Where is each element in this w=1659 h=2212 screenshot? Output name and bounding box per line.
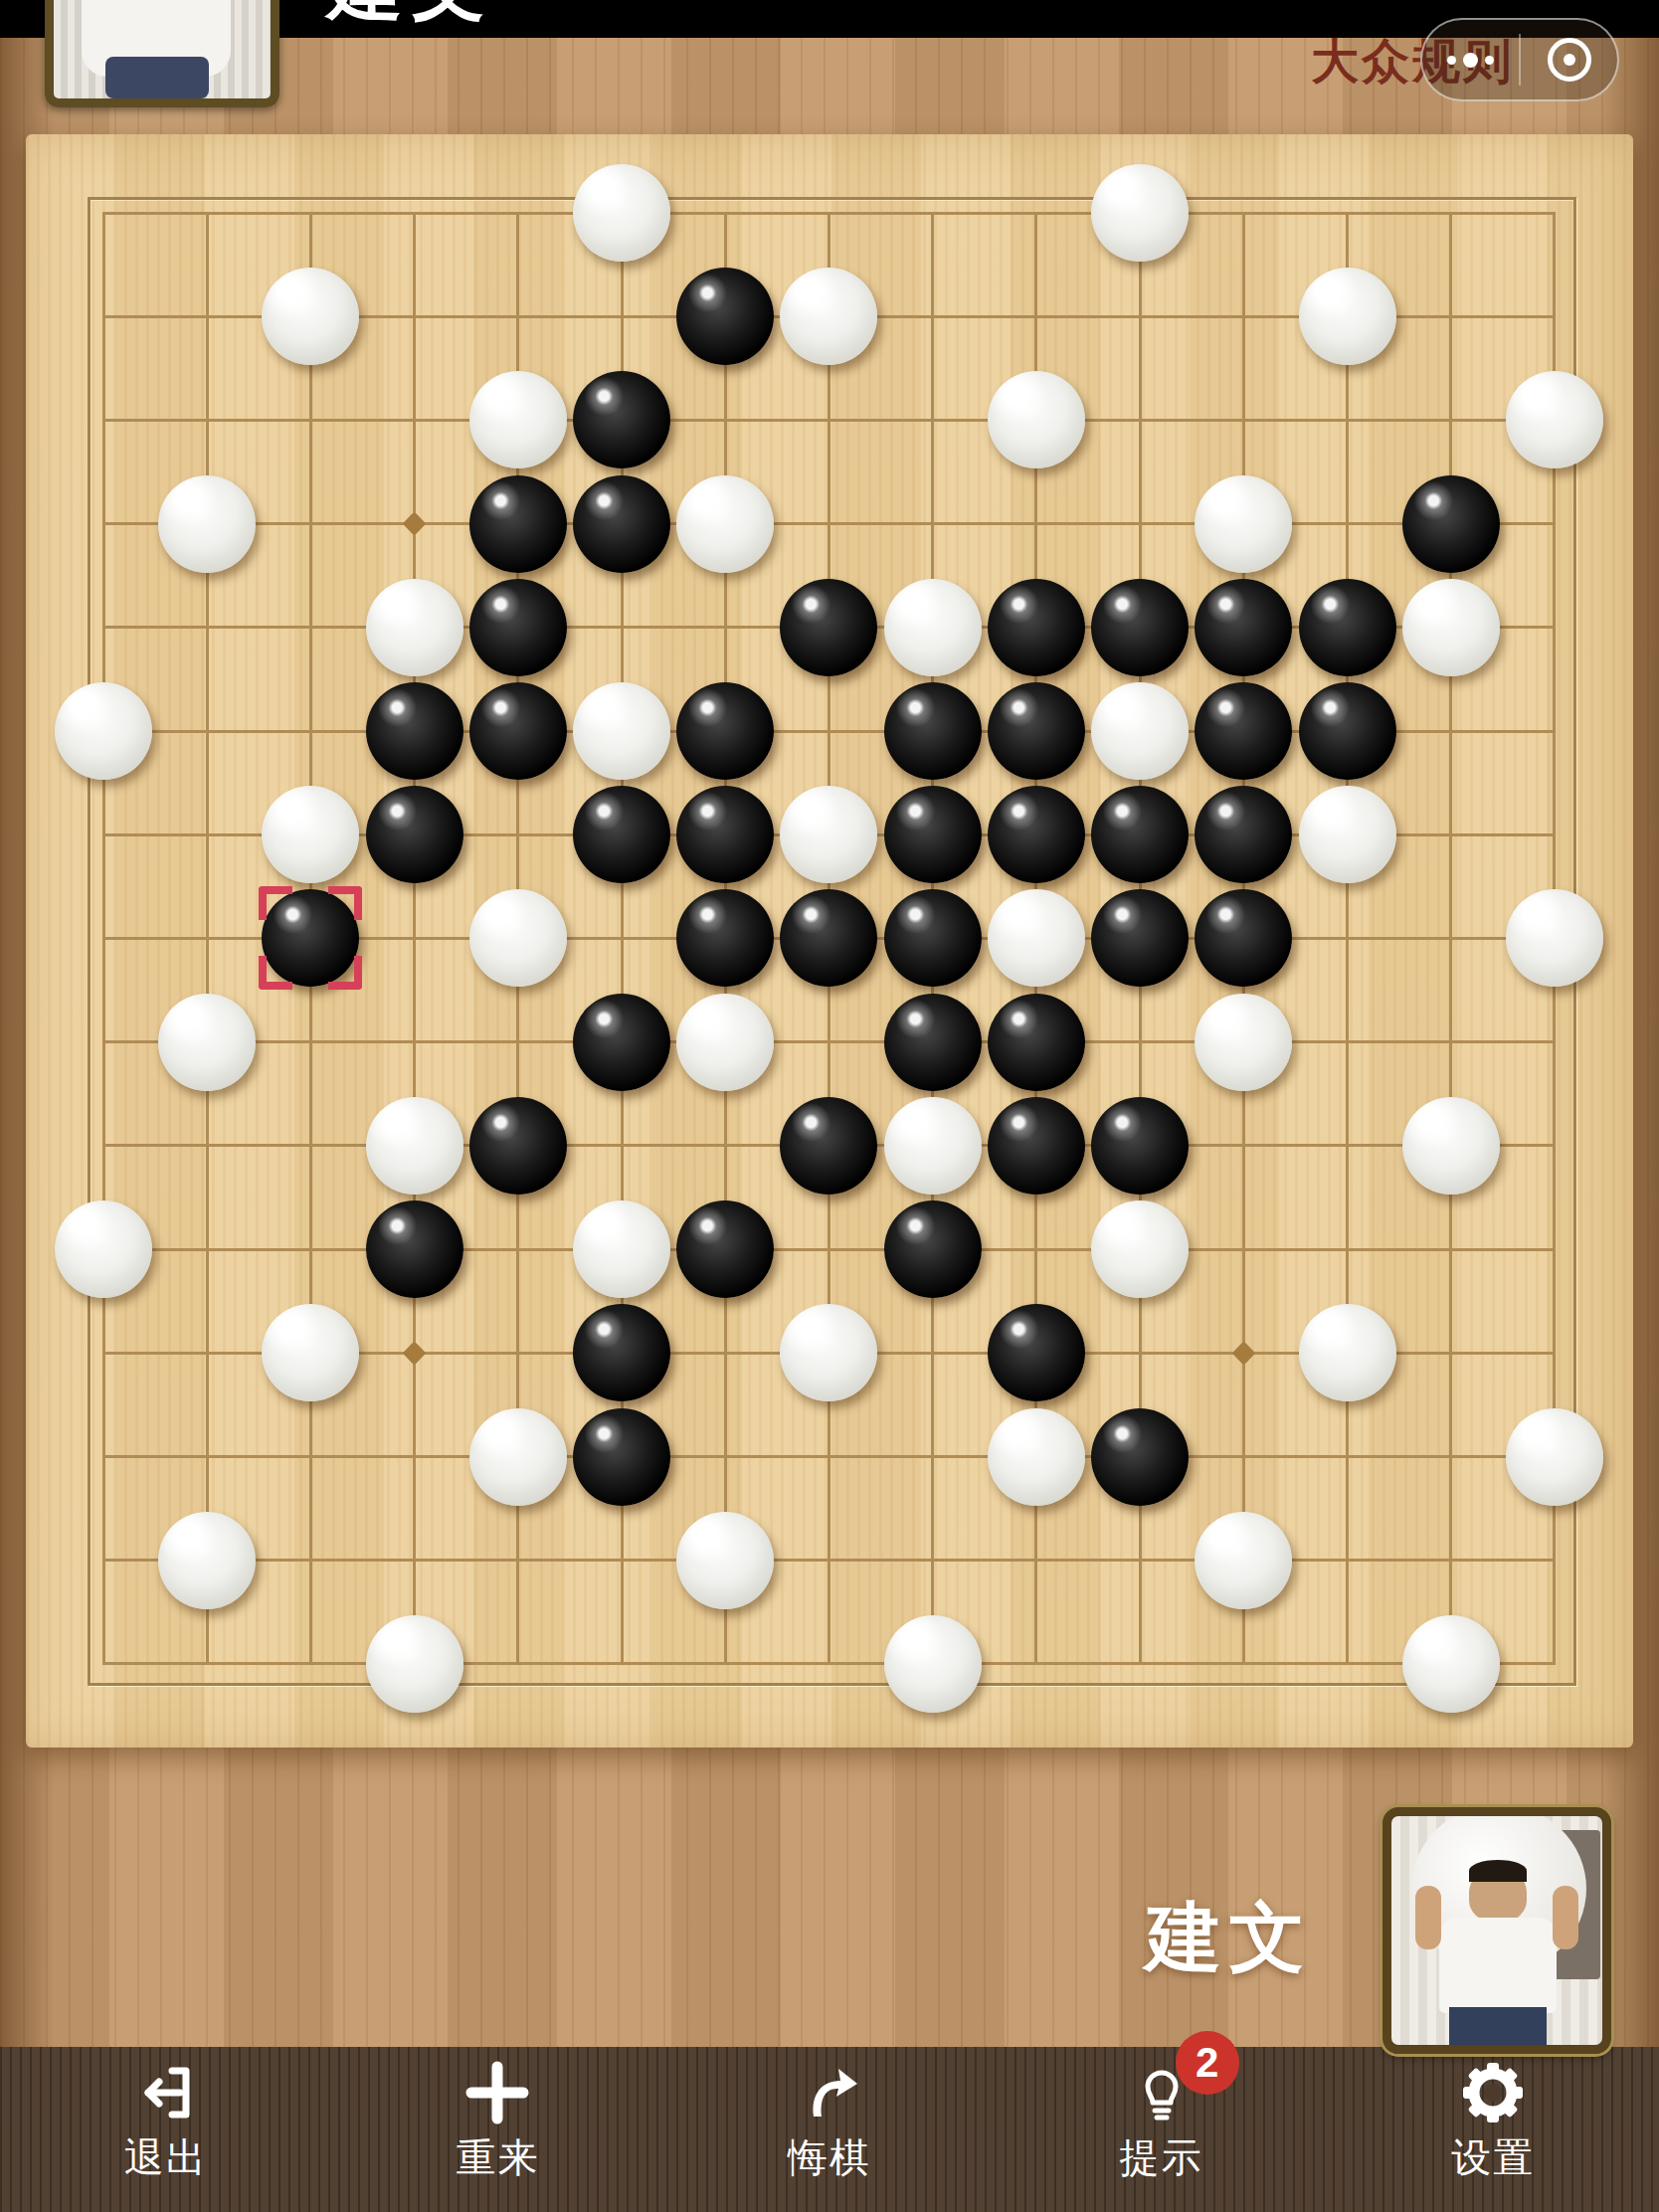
- black-stone: [469, 579, 567, 676]
- bottom-toolbar: 退出 重来 悔棋 2 提示: [0, 2047, 1659, 2212]
- black-stone: [780, 579, 877, 676]
- tool-label: 退出: [124, 2130, 208, 2185]
- white-stone: [158, 1512, 256, 1609]
- white-stone: [366, 579, 463, 676]
- black-stone: [780, 1097, 877, 1195]
- black-stone: [988, 579, 1085, 676]
- black-stone: [366, 786, 463, 883]
- tool-label: 提示: [1120, 2130, 1203, 2185]
- exit-miniprogram-button[interactable]: [1521, 20, 1617, 99]
- black-stone: [988, 1097, 1085, 1195]
- last-move-marker: [259, 886, 362, 990]
- white-stone: [469, 889, 567, 987]
- opponent-avatar[interactable]: [45, 0, 279, 107]
- go-board[interactable]: [26, 134, 1633, 1748]
- black-stone: [573, 371, 670, 468]
- tool-label: 悔棋: [788, 2130, 871, 2185]
- hint-button[interactable]: 2 提示: [996, 2047, 1328, 2212]
- white-stone: [158, 475, 256, 573]
- hint-badge: 2: [1176, 2031, 1239, 2095]
- settings-button[interactable]: 设置: [1327, 2047, 1659, 2212]
- white-stone: [55, 1200, 152, 1298]
- black-stone: [988, 682, 1085, 780]
- white-stone: [1402, 1615, 1500, 1713]
- white-stone: [676, 475, 774, 573]
- white-stone: [55, 682, 152, 780]
- exit-button[interactable]: 退出: [0, 2047, 332, 2212]
- white-stone: [573, 164, 670, 262]
- white-stone: [1402, 1097, 1500, 1195]
- white-stone: [1195, 475, 1292, 573]
- plus-icon: [465, 2061, 529, 2124]
- black-stone: [573, 994, 670, 1091]
- grid-line-horizontal: [102, 1662, 1557, 1665]
- white-stone: [366, 1615, 463, 1713]
- white-stone: [1299, 268, 1396, 365]
- black-stone: [1299, 579, 1396, 676]
- player-name: 建文: [1146, 1888, 1313, 1990]
- grid-line-horizontal: [102, 1248, 1557, 1251]
- black-stone: [884, 1200, 982, 1298]
- white-stone: [1402, 579, 1500, 676]
- gear-icon: [1461, 2061, 1525, 2124]
- black-stone: [884, 994, 982, 1091]
- white-stone: [573, 1200, 670, 1298]
- avatar-photo: [105, 57, 209, 98]
- black-stone: [1091, 579, 1189, 676]
- white-stone: [884, 1097, 982, 1195]
- grid-line-horizontal: [102, 1455, 1557, 1458]
- white-stone: [988, 371, 1085, 468]
- logout-icon: [134, 2061, 198, 2124]
- black-stone: [573, 1304, 670, 1401]
- black-stone: [676, 786, 774, 883]
- black-stone: [573, 1408, 670, 1506]
- black-stone: [884, 889, 982, 987]
- black-stone: [1091, 786, 1189, 883]
- white-stone: [676, 1512, 774, 1609]
- grid-line-vertical: [1346, 212, 1349, 1666]
- redo-arrow-icon: [798, 2061, 861, 2124]
- white-stone: [469, 371, 567, 468]
- white-stone: [262, 786, 359, 883]
- white-stone: [1195, 994, 1292, 1091]
- white-stone: [262, 268, 359, 365]
- undo-move-button[interactable]: 悔棋: [663, 2047, 996, 2212]
- white-stone: [1091, 1200, 1189, 1298]
- black-stone: [1091, 1408, 1189, 1506]
- white-stone: [780, 268, 877, 365]
- black-stone: [469, 682, 567, 780]
- white-stone: [366, 1097, 463, 1195]
- avatar-photo: [1469, 1860, 1527, 1882]
- avatar-photo: [1449, 2007, 1547, 2045]
- grid-line-horizontal: [102, 1040, 1557, 1043]
- black-stone: [1091, 889, 1189, 987]
- avatar-photo: [1439, 1918, 1557, 2013]
- white-stone: [988, 889, 1085, 987]
- black-stone: [884, 786, 982, 883]
- black-stone: [1402, 475, 1500, 573]
- black-stone: [1299, 682, 1396, 780]
- black-stone: [469, 1097, 567, 1195]
- player-avatar[interactable]: [1382, 1807, 1611, 2054]
- black-stone: [676, 682, 774, 780]
- white-stone: [1299, 786, 1396, 883]
- white-stone: [676, 994, 774, 1091]
- white-stone: [884, 1615, 982, 1713]
- black-stone: [366, 682, 463, 780]
- page-title-partial: 建文: [328, 0, 495, 38]
- white-stone: [573, 682, 670, 780]
- black-stone: [676, 268, 774, 365]
- white-stone: [469, 1408, 567, 1506]
- white-stone: [1506, 1408, 1603, 1506]
- white-stone: [1299, 1304, 1396, 1401]
- black-stone: [988, 786, 1085, 883]
- black-stone: [573, 786, 670, 883]
- black-stone: [1195, 682, 1292, 780]
- white-stone: [1506, 889, 1603, 987]
- white-stone: [1091, 164, 1189, 262]
- black-stone: [1091, 1097, 1189, 1195]
- white-stone: [988, 1408, 1085, 1506]
- white-stone: [1506, 371, 1603, 468]
- black-stone: [676, 1200, 774, 1298]
- miniprogram-capsule: [1420, 18, 1619, 101]
- restart-button[interactable]: 重来: [332, 2047, 664, 2212]
- black-stone: [1195, 579, 1292, 676]
- black-stone: [988, 994, 1085, 1091]
- tool-label: 设置: [1451, 2130, 1535, 2185]
- white-stone: [158, 994, 256, 1091]
- avatar-photo: [1415, 1886, 1441, 1949]
- avatar-photo: [1553, 1886, 1578, 1949]
- white-stone: [884, 579, 982, 676]
- white-stone: [1195, 1512, 1292, 1609]
- black-stone: [573, 475, 670, 573]
- black-stone: [884, 682, 982, 780]
- grid-line-vertical: [1449, 212, 1452, 1666]
- black-stone: [469, 475, 567, 573]
- more-button[interactable]: [1422, 20, 1519, 99]
- more-dots-icon: [1447, 53, 1494, 68]
- black-stone: [988, 1304, 1085, 1401]
- grid-line-horizontal: [102, 1559, 1557, 1562]
- black-stone: [1195, 786, 1292, 883]
- tool-label: 重来: [456, 2130, 539, 2185]
- target-circle-icon: [1548, 38, 1591, 82]
- white-stone: [1091, 682, 1189, 780]
- gomoku-app-screen: { "game": "gomoku (五子棋), 15x15 board", "…: [0, 0, 1659, 2212]
- black-stone: [366, 1200, 463, 1298]
